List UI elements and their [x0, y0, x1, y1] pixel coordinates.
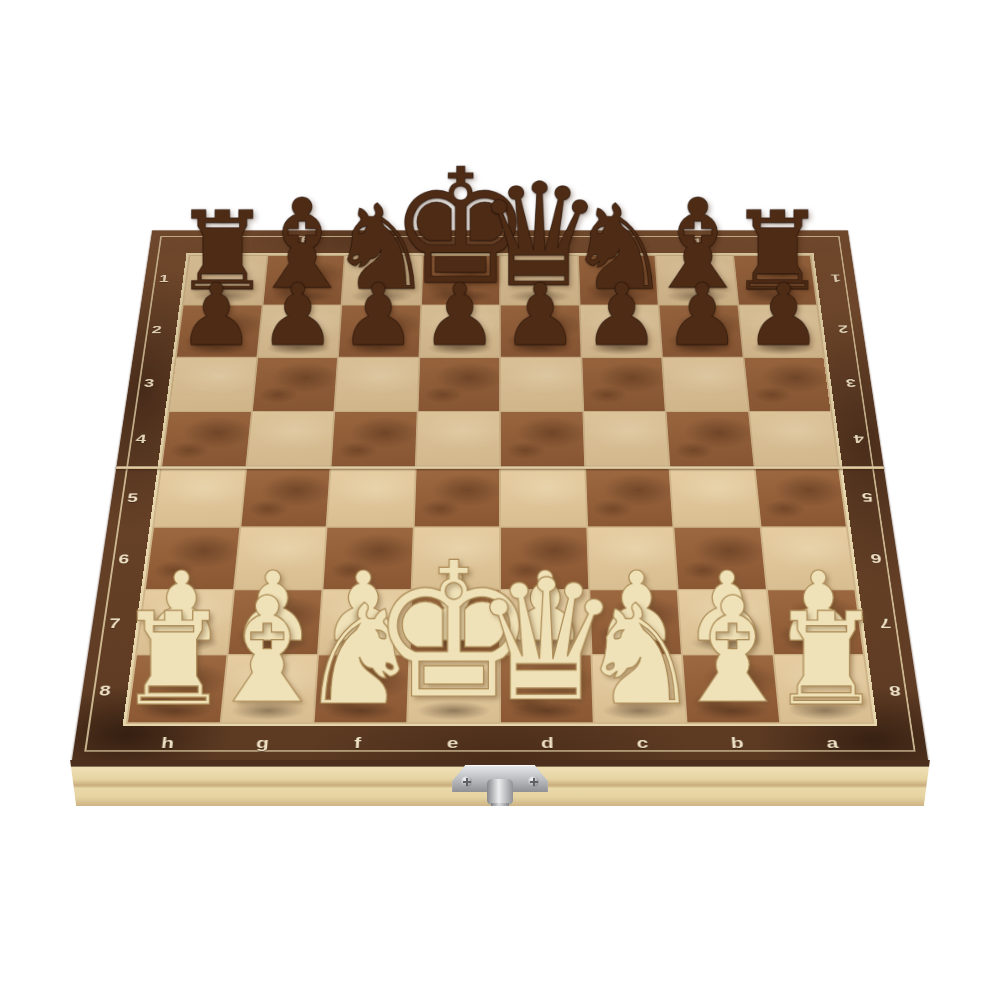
- square-a5[interactable]: [755, 468, 846, 526]
- square-e2[interactable]: ♟: [420, 306, 499, 357]
- square-c3[interactable]: [582, 358, 665, 411]
- file-label-h: h: [118, 729, 216, 757]
- square-h4[interactable]: [162, 412, 251, 467]
- rank-label-rot-4: 4: [840, 411, 878, 468]
- chess-set-photo: 12345678 12345678 hgfedcba hgfedcba ♜♝♞♚…: [0, 0, 1000, 1000]
- square-b4[interactable]: [667, 412, 754, 467]
- black-pawn-g2[interactable]: ♟: [259, 274, 336, 355]
- square-d8[interactable]: ♛: [501, 655, 592, 722]
- file-label-a: a: [783, 729, 881, 757]
- file-label-b: b: [689, 729, 786, 757]
- square-a3[interactable]: [744, 358, 830, 411]
- square-g4[interactable]: [247, 412, 334, 467]
- fold-seam: [116, 466, 884, 468]
- board-surface: 12345678 12345678 hgfedcba hgfedcba ♜♝♞♚…: [72, 231, 928, 760]
- black-pawn-c2[interactable]: ♟: [583, 274, 660, 355]
- square-h2[interactable]: ♟: [177, 306, 261, 357]
- clasp-knob[interactable]: [491, 803, 509, 819]
- black-pawn-a2[interactable]: ♟: [745, 274, 822, 355]
- file-label-e: e: [405, 729, 500, 757]
- white-rook-a8[interactable]: ♜: [769, 599, 884, 721]
- black-pawn-f2[interactable]: ♟: [340, 274, 417, 355]
- rank-label-4: 4: [122, 411, 160, 468]
- square-e5[interactable]: [414, 468, 499, 526]
- square-h8[interactable]: ♜: [128, 655, 226, 722]
- file-labels-bottom: hgfedcba: [118, 729, 881, 757]
- black-pawn-h2[interactable]: ♟: [178, 274, 255, 355]
- square-e4[interactable]: [416, 412, 499, 467]
- square-h5[interactable]: [154, 468, 245, 526]
- rank-label-rot-2: 2: [825, 304, 861, 356]
- file-label-d: d: [500, 729, 595, 757]
- square-c2[interactable]: ♟: [580, 306, 661, 357]
- square-d5[interactable]: [501, 468, 586, 526]
- file-label-f: f: [309, 729, 405, 757]
- square-a4[interactable]: [749, 412, 838, 467]
- rank-label-rot-3: 3: [833, 356, 870, 411]
- square-c4[interactable]: [584, 412, 669, 467]
- square-h3[interactable]: [170, 358, 256, 411]
- black-pawn-e2[interactable]: ♟: [421, 274, 498, 355]
- square-g5[interactable]: [241, 468, 330, 526]
- clasp-screw-right-icon: [528, 776, 539, 787]
- square-f4[interactable]: [331, 412, 416, 467]
- black-pawn-b2[interactable]: ♟: [664, 274, 741, 355]
- square-f3[interactable]: [335, 358, 418, 411]
- clasp-barrel: [487, 779, 513, 805]
- white-rook-h8[interactable]: ♜: [116, 599, 231, 721]
- white-queen-d8[interactable]: ♛: [471, 562, 621, 721]
- file-label-c: c: [594, 729, 690, 757]
- board-grid: ♜♝♞♚♛♞♝♜♟♟♟♟♟♟♟♟♟♟♟♟♟♟♟♟♜♝♞♚♛♞♝♜: [123, 253, 878, 725]
- square-b3[interactable]: [663, 358, 748, 411]
- rank-label-rot-5: 5: [848, 468, 887, 528]
- black-pawn-d2[interactable]: ♟: [502, 274, 579, 355]
- square-d2[interactable]: ♟: [501, 306, 580, 357]
- rank-label-2: 2: [138, 304, 174, 356]
- square-f5[interactable]: [328, 468, 415, 526]
- chess-board: 12345678 12345678 hgfedcba hgfedcba ♜♝♞♚…: [72, 231, 928, 760]
- square-c5[interactable]: [586, 468, 673, 526]
- square-d3[interactable]: [501, 358, 582, 411]
- file-label-g: g: [214, 729, 311, 757]
- clasp-screw-left-icon: [461, 776, 472, 787]
- square-a8[interactable]: ♜: [774, 655, 872, 722]
- square-a2[interactable]: ♟: [739, 306, 823, 357]
- square-e3[interactable]: [418, 358, 499, 411]
- square-g2[interactable]: ♟: [258, 306, 341, 357]
- latch-clasp[interactable]: [452, 765, 548, 825]
- box-front-side: [64, 760, 936, 806]
- square-b2[interactable]: ♟: [659, 306, 742, 357]
- rank-label-5: 5: [113, 468, 152, 528]
- square-f2[interactable]: ♟: [339, 306, 420, 357]
- square-g3[interactable]: [252, 358, 337, 411]
- rank-label-3: 3: [130, 356, 167, 411]
- rank-label-rot-6: 6: [856, 528, 897, 591]
- square-d4[interactable]: [501, 412, 584, 467]
- square-b5[interactable]: [670, 468, 759, 526]
